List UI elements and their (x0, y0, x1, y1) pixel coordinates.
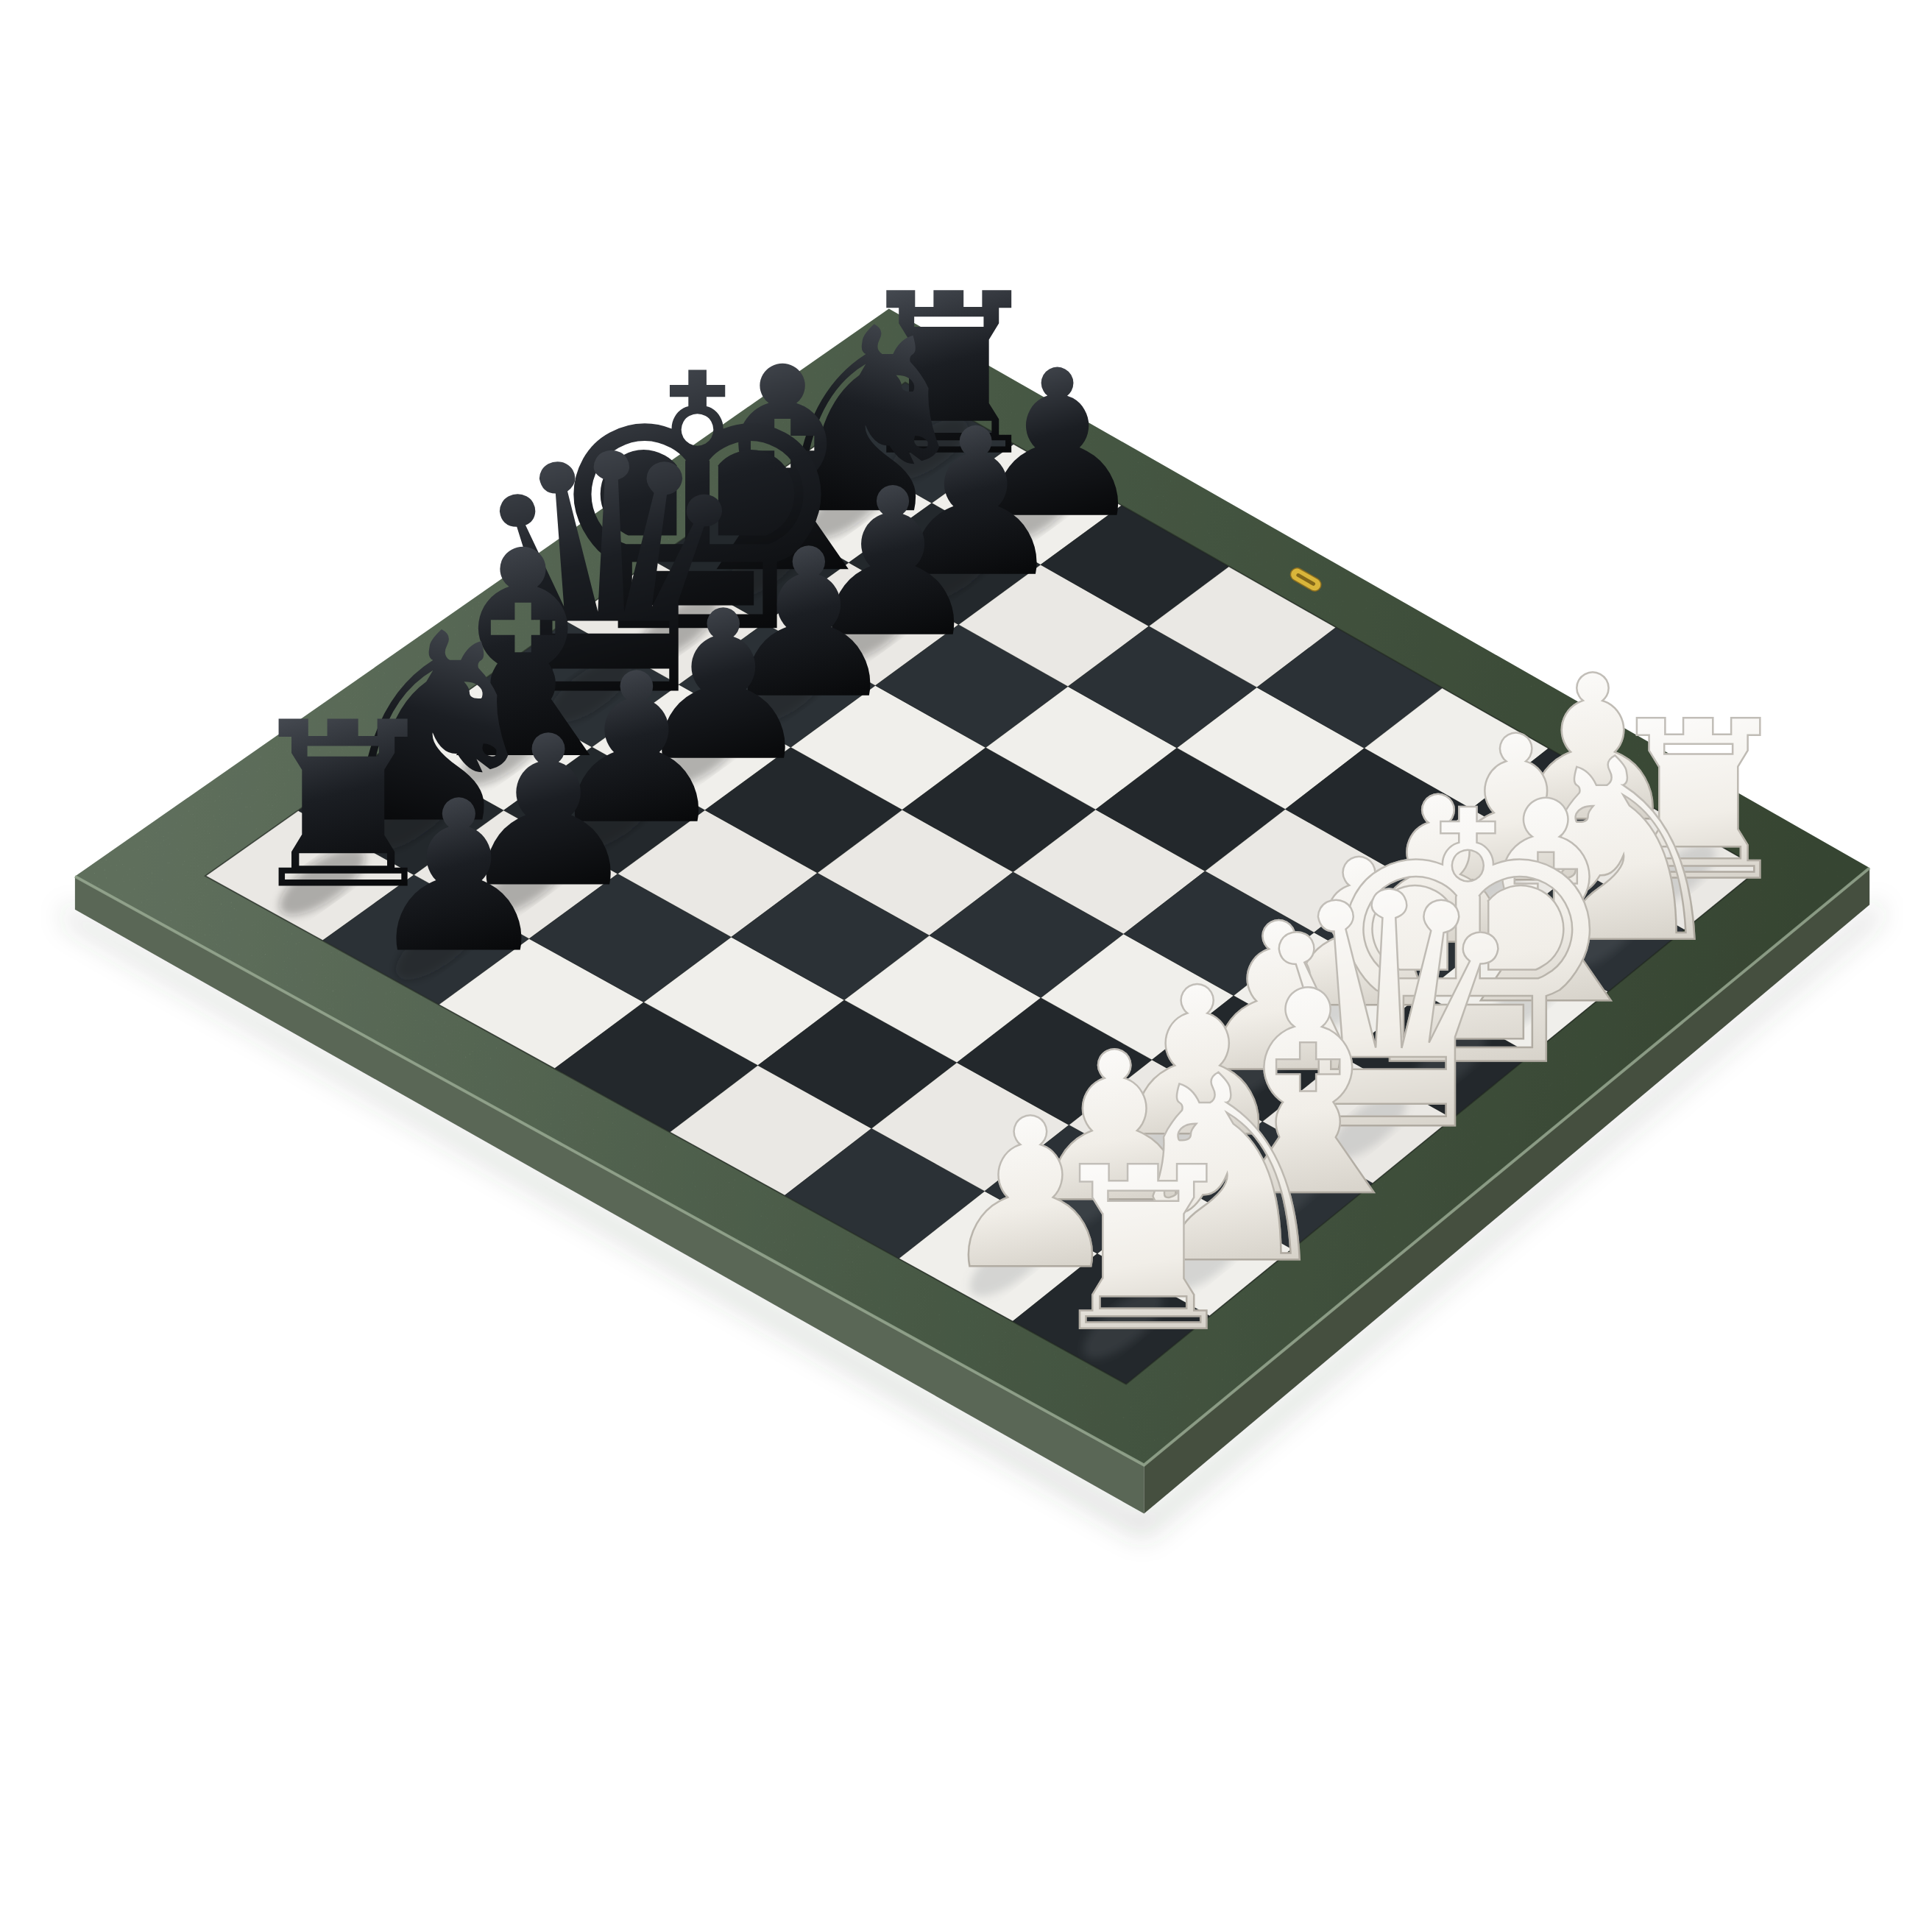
chess-board (0, 0, 1932, 1932)
chess-set-photo: ♜♞♝♛♚♝♞♜♟♟♟♟♟♟♟♟♟♟♟♟♟♟♟♟♜♞♝♛♚♝♞♜ (0, 0, 1932, 1932)
board-squares (206, 383, 1759, 1384)
